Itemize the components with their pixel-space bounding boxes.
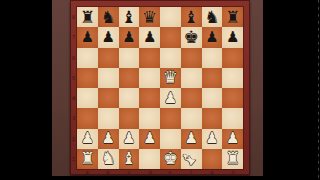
rank-label-2: 2: [70, 136, 77, 142]
piece-white-knight[interactable]: ♞: [101, 150, 116, 167]
file-label-c: c: [119, 169, 139, 175]
file-label-f: f: [181, 169, 201, 175]
rank-label-5: 5: [70, 75, 77, 81]
piece-white-bishop[interactable]: ♝: [177, 148, 200, 171]
square-g5[interactable]: [202, 68, 223, 88]
square-a6[interactable]: [77, 48, 98, 68]
piece-white-bishop[interactable]: ♝: [121, 150, 136, 167]
piece-white-pawn[interactable]: ♟: [164, 91, 177, 106]
square-c6[interactable]: [119, 48, 140, 68]
square-e5[interactable]: ♛: [160, 68, 181, 88]
square-f7[interactable]: ♚: [181, 27, 202, 47]
square-b4[interactable]: [98, 88, 119, 108]
square-a5[interactable]: [77, 68, 98, 88]
piece-white-queen[interactable]: ♛: [163, 69, 178, 86]
square-d2[interactable]: ♟: [139, 129, 160, 149]
piece-black-rook[interactable]: ♜: [225, 9, 240, 26]
video-edge-artifact: [318, 0, 319, 180]
square-b2[interactable]: ♟: [98, 129, 119, 149]
square-b5[interactable]: [98, 68, 119, 88]
piece-white-pawn[interactable]: ♟: [81, 131, 94, 146]
file-label-a: a: [77, 169, 97, 175]
letterbox-left: [0, 0, 52, 180]
piece-black-pawn[interactable]: ♟: [101, 30, 114, 45]
square-h5[interactable]: [222, 68, 243, 88]
square-f4[interactable]: [181, 88, 202, 108]
square-g1[interactable]: [202, 149, 223, 169]
square-h4[interactable]: [222, 88, 243, 108]
square-f1[interactable]: ♝: [181, 149, 202, 169]
square-a8[interactable]: ♜: [77, 7, 98, 27]
piece-black-pawn[interactable]: ♟: [226, 30, 239, 45]
square-a2[interactable]: ♟: [77, 129, 98, 149]
rank-label-6: 6: [70, 55, 77, 61]
square-g2[interactable]: ♟: [202, 129, 223, 149]
square-b6[interactable]: [98, 48, 119, 68]
square-d7[interactable]: ♟: [139, 27, 160, 47]
rank-label-1: 1: [70, 156, 77, 162]
square-f3[interactable]: [181, 108, 202, 128]
square-h7[interactable]: ♟: [222, 27, 243, 47]
file-label-d: d: [140, 169, 160, 175]
piece-white-pawn[interactable]: ♟: [184, 131, 197, 146]
rank-label-7: 7: [70, 34, 77, 40]
square-e3[interactable]: [160, 108, 181, 128]
piece-black-king[interactable]: ♚: [184, 29, 199, 46]
square-g8[interactable]: ♞: [202, 7, 223, 27]
square-a1[interactable]: ♜: [77, 149, 98, 169]
square-h8[interactable]: ♜: [222, 7, 243, 27]
square-f6[interactable]: [181, 48, 202, 68]
letterbox-right: [263, 0, 320, 180]
piece-black-bishop[interactable]: ♝: [121, 9, 136, 26]
square-c5[interactable]: [119, 68, 140, 88]
piece-black-queen[interactable]: ♛: [142, 9, 157, 26]
square-d3[interactable]: [139, 108, 160, 128]
square-a7[interactable]: ♟: [77, 27, 98, 47]
square-e7[interactable]: [160, 27, 181, 47]
piece-white-pawn[interactable]: ♟: [143, 131, 156, 146]
square-d5[interactable]: [139, 68, 160, 88]
square-b3[interactable]: [98, 108, 119, 128]
square-c2[interactable]: ♟: [119, 129, 140, 149]
square-e2[interactable]: [160, 129, 181, 149]
file-label-b: b: [98, 169, 118, 175]
square-d6[interactable]: [139, 48, 160, 68]
file-label-e: e: [160, 169, 180, 175]
piece-black-pawn[interactable]: ♟: [81, 30, 94, 45]
square-g4[interactable]: [202, 88, 223, 108]
piece-white-pawn[interactable]: ♟: [226, 131, 239, 146]
piece-white-pawn[interactable]: ♟: [205, 131, 218, 146]
piece-black-bishop[interactable]: ♝: [184, 9, 199, 26]
square-h3[interactable]: [222, 108, 243, 128]
square-h2[interactable]: ♟: [222, 129, 243, 149]
square-g3[interactable]: [202, 108, 223, 128]
square-g7[interactable]: ♟: [202, 27, 223, 47]
square-e8[interactable]: [160, 7, 181, 27]
piece-white-rook[interactable]: ♜: [80, 150, 95, 167]
square-h6[interactable]: [222, 48, 243, 68]
piece-white-pawn[interactable]: ♟: [122, 131, 135, 146]
piece-black-knight[interactable]: ♞: [101, 9, 116, 26]
square-c4[interactable]: [119, 88, 140, 108]
square-b1[interactable]: ♞: [98, 149, 119, 169]
square-d1[interactable]: [139, 149, 160, 169]
piece-black-knight[interactable]: ♞: [204, 9, 219, 26]
square-f8[interactable]: ♝: [181, 7, 202, 27]
piece-black-pawn[interactable]: ♟: [122, 30, 135, 45]
piece-black-pawn[interactable]: ♟: [205, 30, 218, 45]
square-d4[interactable]: [139, 88, 160, 108]
file-label-g: g: [202, 169, 222, 175]
square-f5[interactable]: [181, 68, 202, 88]
square-c1[interactable]: ♝: [119, 149, 140, 169]
piece-white-rook[interactable]: ♜: [225, 150, 240, 167]
square-e4[interactable]: ♟: [160, 88, 181, 108]
piece-white-pawn[interactable]: ♟: [101, 131, 114, 146]
rank-label-4: 4: [70, 95, 77, 101]
square-d8[interactable]: ♛: [139, 7, 160, 27]
rank-label-8: 8: [70, 14, 77, 20]
piece-black-pawn[interactable]: ♟: [143, 30, 156, 45]
rank-label-3: 3: [70, 115, 77, 121]
square-a3[interactable]: [77, 108, 98, 128]
square-e6[interactable]: [160, 48, 181, 68]
square-b8[interactable]: ♞: [98, 7, 119, 27]
square-a4[interactable]: [77, 88, 98, 108]
square-h1[interactable]: ♜: [222, 149, 243, 169]
square-f2[interactable]: ♟: [181, 129, 202, 149]
square-c7[interactable]: ♟: [119, 27, 140, 47]
square-g6[interactable]: [202, 48, 223, 68]
square-c8[interactable]: ♝: [119, 7, 140, 27]
square-c3[interactable]: [119, 108, 140, 128]
chess-board: ♜♞♝♛♝♞♜♟♟♟♟♚♟♟♛♟♟♟♟♟♟♟♟♜♞♝♚♝♜: [77, 7, 243, 169]
video-frame: ♜♞♝♛♝♞♜♟♟♟♟♚♟♟♛♟♟♟♟♟♟♟♟♜♞♝♚♝♜ 87654321 a…: [0, 0, 320, 180]
board-frame: ♜♞♝♛♝♞♜♟♟♟♟♚♟♟♛♟♟♟♟♟♟♟♟♜♞♝♚♝♜ 87654321 a…: [70, 0, 250, 175]
square-b7[interactable]: ♟: [98, 27, 119, 47]
file-label-h: h: [223, 169, 243, 175]
piece-black-rook[interactable]: ♜: [80, 9, 95, 26]
